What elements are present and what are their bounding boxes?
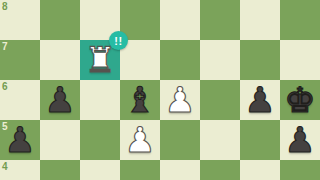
black-pawn[interactable]: ♟: [40, 80, 80, 120]
square-c6[interactable]: [80, 80, 120, 120]
black-pawn[interactable]: ♟: [240, 80, 280, 120]
black-pawn[interactable]: ♟: [0, 120, 40, 160]
square-g4[interactable]: [240, 160, 280, 180]
rank-label-7: 7: [2, 41, 8, 52]
square-a4[interactable]: 4: [0, 160, 40, 180]
rank-label-6: 6: [2, 81, 8, 92]
square-h7[interactable]: [280, 40, 320, 80]
square-b5[interactable]: [40, 120, 80, 160]
square-d6[interactable]: ♝: [120, 80, 160, 120]
square-d5[interactable]: ♟: [120, 120, 160, 160]
rank-label-4: 4: [2, 161, 8, 172]
white-pawn[interactable]: ♟: [160, 80, 200, 120]
square-f4[interactable]: [200, 160, 240, 180]
square-h4[interactable]: [280, 160, 320, 180]
square-e6[interactable]: ♟: [160, 80, 200, 120]
square-a6[interactable]: 6: [0, 80, 40, 120]
square-e5[interactable]: [160, 120, 200, 160]
square-h6[interactable]: ♚: [280, 80, 320, 120]
black-pawn[interactable]: ♟: [280, 120, 320, 160]
square-c5[interactable]: [80, 120, 120, 160]
square-f7[interactable]: [200, 40, 240, 80]
chess-board: 87♜6♟♝♟♟♚5♟♟♟4: [0, 0, 320, 180]
chess-app-viewport: 87♜6♟♝♟♟♚5♟♟♟4 !!: [0, 0, 320, 180]
square-g5[interactable]: [240, 120, 280, 160]
square-b7[interactable]: [40, 40, 80, 80]
square-b8[interactable]: [40, 0, 80, 40]
black-bishop[interactable]: ♝: [120, 80, 160, 120]
square-h5[interactable]: ♟: [280, 120, 320, 160]
white-pawn[interactable]: ♟: [120, 120, 160, 160]
square-a7[interactable]: 7: [0, 40, 40, 80]
square-g7[interactable]: [240, 40, 280, 80]
square-a8[interactable]: 8: [0, 0, 40, 40]
square-b4[interactable]: [40, 160, 80, 180]
square-f6[interactable]: [200, 80, 240, 120]
square-a5[interactable]: 5♟: [0, 120, 40, 160]
square-f5[interactable]: [200, 120, 240, 160]
square-e8[interactable]: [160, 0, 200, 40]
square-d4[interactable]: [120, 160, 160, 180]
rank-label-8: 8: [2, 1, 8, 12]
square-g6[interactable]: ♟: [240, 80, 280, 120]
brilliant-move-badge: !!: [109, 31, 128, 50]
square-e4[interactable]: [160, 160, 200, 180]
square-g8[interactable]: [240, 0, 280, 40]
square-f8[interactable]: [200, 0, 240, 40]
square-h8[interactable]: [280, 0, 320, 40]
square-e7[interactable]: [160, 40, 200, 80]
square-b6[interactable]: ♟: [40, 80, 80, 120]
black-king[interactable]: ♚: [280, 80, 320, 120]
square-c4[interactable]: [80, 160, 120, 180]
